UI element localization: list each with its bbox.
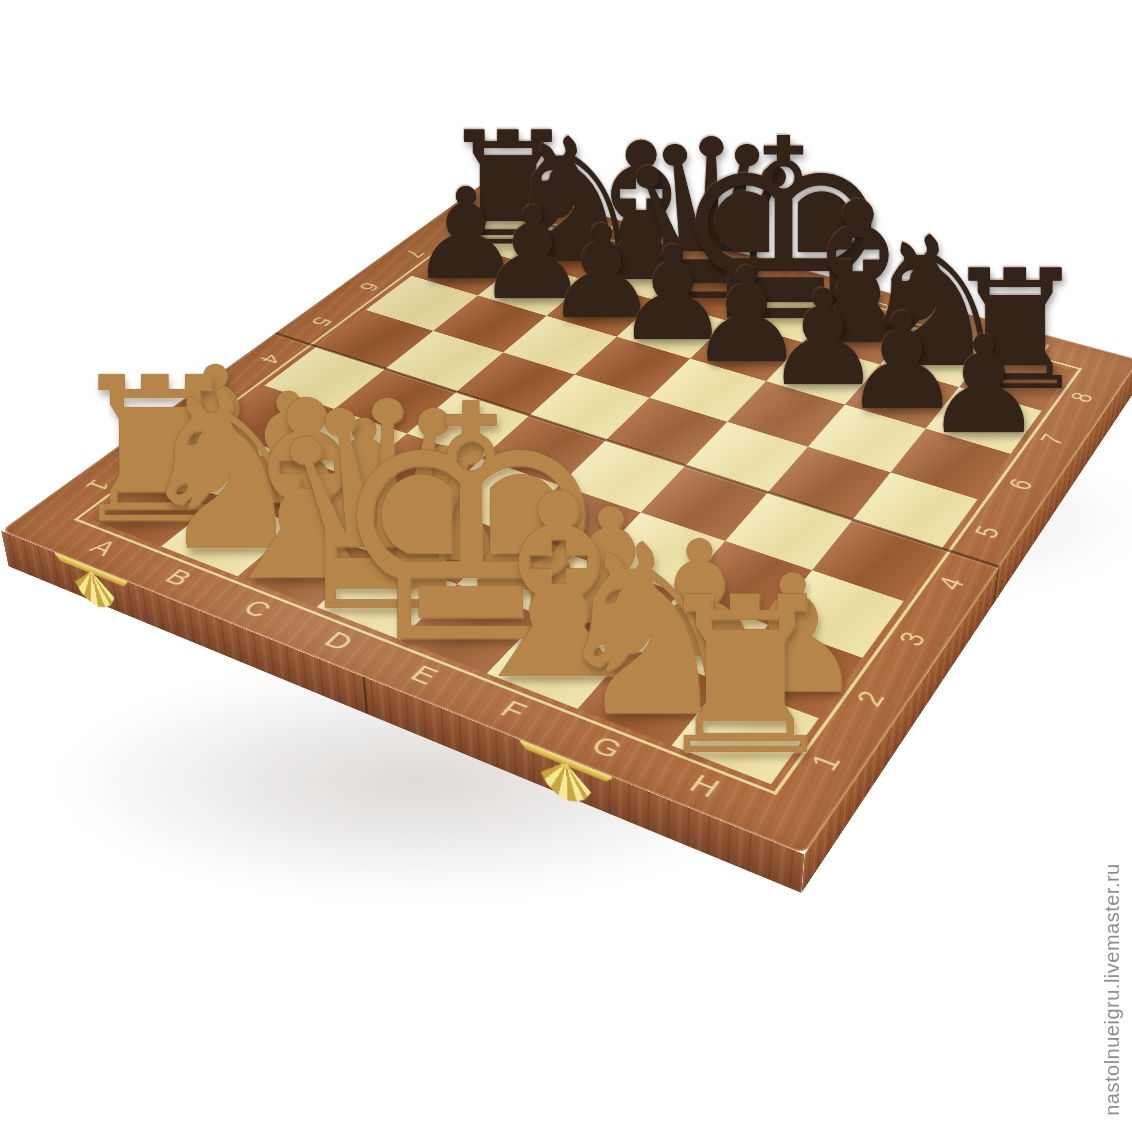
product-photo-stage: ABCDEFGH ABCDEFGH 87654321 87654321: [0, 0, 1132, 1132]
pieces-layer: ♜♞♝♛♚♝♞♜♟♟♟♟♟♟♟♟♟♟♟♟♟♟♟♟♜♞♝♛♚♝♞♜: [0, 0, 1132, 1132]
piece-white-rook[interactable]: ♜: [648, 568, 843, 785]
watermark: nastolnueigru.livemaster.ru: [1101, 845, 1124, 1132]
piece-black-pawn[interactable]: ♟: [924, 320, 1044, 454]
